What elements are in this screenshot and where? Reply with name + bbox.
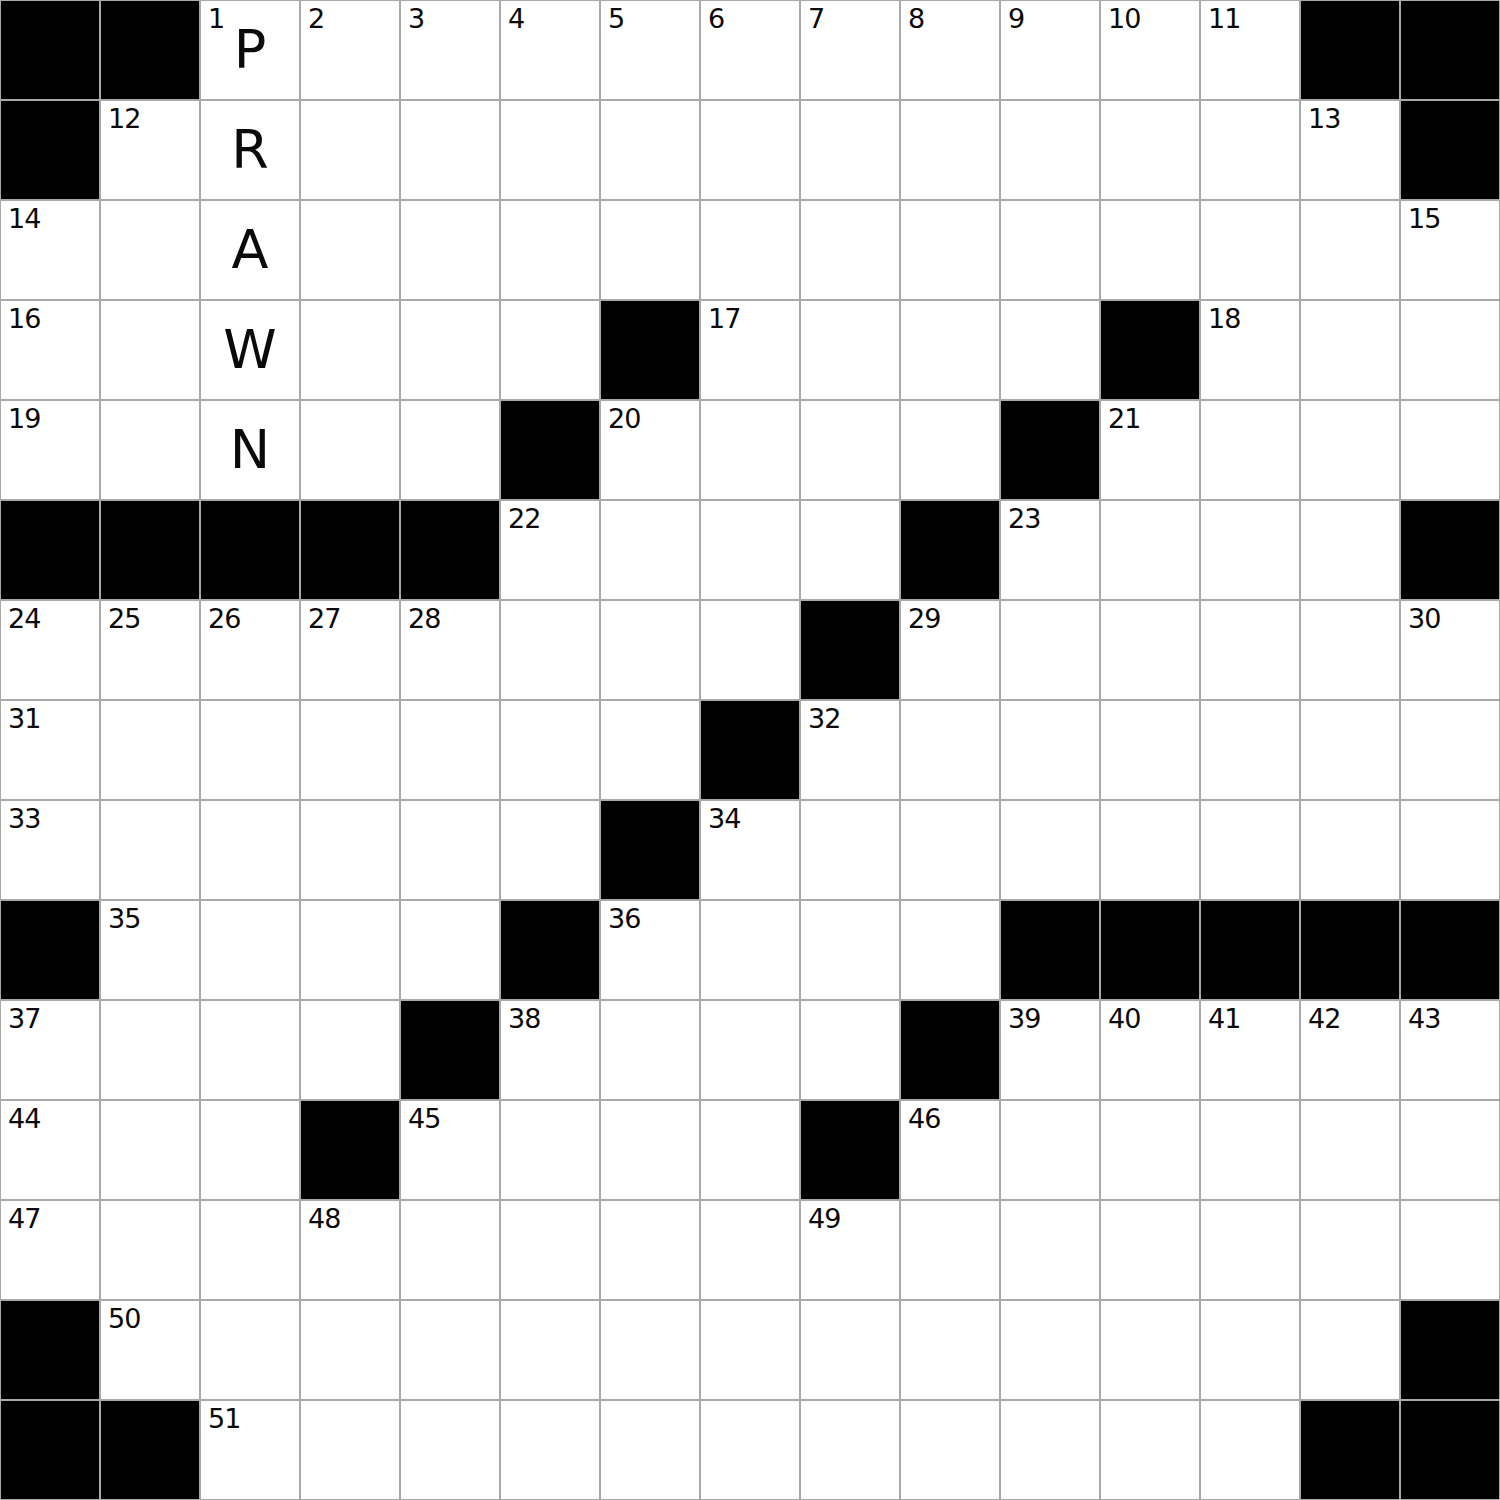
cell-r12c3[interactable]: 48 xyxy=(300,1200,400,1300)
cell-r8c5[interactable] xyxy=(500,800,600,900)
clue-number: 29 xyxy=(908,605,940,632)
cell-r3c2[interactable]: W xyxy=(200,300,300,400)
cell-r3c5[interactable] xyxy=(500,300,600,400)
clue-number: 19 xyxy=(8,405,40,432)
cell-r11c10[interactable] xyxy=(1000,1100,1100,1200)
block-cell-r4c10 xyxy=(1000,400,1100,500)
cell-r14c9[interactable] xyxy=(900,1400,1000,1500)
cell-r5c5[interactable]: 22 xyxy=(500,500,600,600)
cell-r4c14[interactable] xyxy=(1400,400,1500,500)
cell-r2c6[interactable] xyxy=(600,200,700,300)
cell-r8c8[interactable] xyxy=(800,800,900,900)
cell-r2c9[interactable] xyxy=(900,200,1000,300)
block-cell-r3c6 xyxy=(600,300,700,400)
cell-r3c8[interactable] xyxy=(800,300,900,400)
clue-number: 37 xyxy=(8,1005,40,1032)
clue-number: 13 xyxy=(1308,105,1340,132)
clue-number: 42 xyxy=(1308,1005,1340,1032)
cell-r13c6[interactable] xyxy=(600,1300,700,1400)
cell-r12c5[interactable] xyxy=(500,1200,600,1300)
block-cell-r14c1 xyxy=(100,1400,200,1500)
cell-r0c10[interactable]: 9 xyxy=(1000,0,1100,100)
cell-r12c0[interactable]: 47 xyxy=(0,1200,100,1300)
cell-r14c11[interactable] xyxy=(1100,1400,1200,1500)
cell-r2c14[interactable]: 15 xyxy=(1400,200,1500,300)
clue-number: 44 xyxy=(8,1105,40,1132)
cell-r6c0[interactable]: 24 xyxy=(0,600,100,700)
block-cell-r14c13 xyxy=(1300,1400,1400,1500)
cell-r14c3[interactable] xyxy=(300,1400,400,1500)
clue-number: 38 xyxy=(508,1005,540,1032)
cell-r6c9[interactable]: 29 xyxy=(900,600,1000,700)
block-cell-r11c3 xyxy=(300,1100,400,1200)
cell-r8c1[interactable] xyxy=(100,800,200,900)
cell-r4c4[interactable] xyxy=(400,400,500,500)
cell-r5c10[interactable]: 23 xyxy=(1000,500,1100,600)
crossword-grid: 1P23456789101112R1314A1516W171819N202122… xyxy=(0,0,1500,1500)
cell-r12c8[interactable]: 49 xyxy=(800,1200,900,1300)
cell-r5c8[interactable] xyxy=(800,500,900,600)
cell-r0c4[interactable]: 3 xyxy=(400,0,500,100)
cell-r12c13[interactable] xyxy=(1300,1200,1400,1300)
cell-r5c7[interactable] xyxy=(700,500,800,600)
clue-number: 11 xyxy=(1208,5,1240,32)
clue-number: 21 xyxy=(1108,405,1140,432)
cell-r1c5[interactable] xyxy=(500,100,600,200)
cell-r1c11[interactable] xyxy=(1100,100,1200,200)
clue-number: 26 xyxy=(208,605,240,632)
cell-r6c2[interactable]: 26 xyxy=(200,600,300,700)
cell-r4c1[interactable] xyxy=(100,400,200,500)
cell-r12c6[interactable] xyxy=(600,1200,700,1300)
clue-number: 7 xyxy=(808,5,824,32)
cell-r8c11[interactable] xyxy=(1100,800,1200,900)
clue-number: 40 xyxy=(1108,1005,1140,1032)
cell-r8c14[interactable] xyxy=(1400,800,1500,900)
block-cell-r0c1 xyxy=(100,0,200,100)
cell-r2c1[interactable] xyxy=(100,200,200,300)
cell-r0c7[interactable]: 6 xyxy=(700,0,800,100)
cell-r4c8[interactable] xyxy=(800,400,900,500)
cell-letter: A xyxy=(200,200,300,300)
clue-number: 27 xyxy=(308,605,340,632)
clue-number: 18 xyxy=(1208,305,1240,332)
cell-r1c3[interactable] xyxy=(300,100,400,200)
clue-number: 50 xyxy=(108,1305,140,1332)
cell-r5c13[interactable] xyxy=(1300,500,1400,600)
cell-r13c1[interactable]: 50 xyxy=(100,1300,200,1400)
block-cell-r9c14 xyxy=(1400,900,1500,1000)
cell-r8c2[interactable] xyxy=(200,800,300,900)
clue-number: 3 xyxy=(408,5,424,32)
cell-r11c14[interactable] xyxy=(1400,1100,1500,1200)
cell-r13c10[interactable] xyxy=(1000,1300,1100,1400)
cell-r12c7[interactable] xyxy=(700,1200,800,1300)
cell-r4c13[interactable] xyxy=(1300,400,1400,500)
cell-r1c6[interactable] xyxy=(600,100,700,200)
cell-r0c12[interactable]: 11 xyxy=(1200,0,1300,100)
block-cell-r11c8 xyxy=(800,1100,900,1200)
cell-r11c5[interactable] xyxy=(500,1100,600,1200)
clue-number: 28 xyxy=(408,605,440,632)
cell-r13c8[interactable] xyxy=(800,1300,900,1400)
block-cell-r5c0 xyxy=(0,500,100,600)
cell-r3c1[interactable] xyxy=(100,300,200,400)
cell-r7c4[interactable] xyxy=(400,700,500,800)
block-cell-r0c0 xyxy=(0,0,100,100)
block-cell-r9c12 xyxy=(1200,900,1300,1000)
clue-number: 47 xyxy=(8,1205,40,1232)
cell-r1c1[interactable]: 12 xyxy=(100,100,200,200)
clue-number: 41 xyxy=(1208,1005,1240,1032)
cell-r12c1[interactable] xyxy=(100,1200,200,1300)
cell-r13c9[interactable] xyxy=(900,1300,1000,1400)
cell-r10c12[interactable]: 41 xyxy=(1200,1000,1300,1100)
cell-r5c11[interactable] xyxy=(1100,500,1200,600)
block-cell-r10c4 xyxy=(400,1000,500,1100)
cell-r3c13[interactable] xyxy=(1300,300,1400,400)
cell-r0c11[interactable]: 10 xyxy=(1100,0,1200,100)
cell-r11c0[interactable]: 44 xyxy=(0,1100,100,1200)
cell-r3c3[interactable] xyxy=(300,300,400,400)
clue-number: 4 xyxy=(508,5,524,32)
clue-number: 32 xyxy=(808,705,840,732)
cell-r6c14[interactable]: 30 xyxy=(1400,600,1500,700)
cell-r9c7[interactable] xyxy=(700,900,800,1000)
cell-r10c14[interactable]: 43 xyxy=(1400,1000,1500,1100)
cell-r14c2[interactable]: 51 xyxy=(200,1400,300,1500)
cell-r6c5[interactable] xyxy=(500,600,600,700)
cell-r8c3[interactable] xyxy=(300,800,400,900)
cell-r12c2[interactable] xyxy=(200,1200,300,1300)
cell-r13c13[interactable] xyxy=(1300,1300,1400,1400)
cell-letter: N xyxy=(200,400,300,500)
clue-number: 34 xyxy=(708,805,740,832)
cell-r6c3[interactable]: 27 xyxy=(300,600,400,700)
clue-number: 20 xyxy=(608,405,640,432)
cell-r0c9[interactable]: 8 xyxy=(900,0,1000,100)
clue-number: 39 xyxy=(1008,1005,1040,1032)
clue-number: 23 xyxy=(1008,505,1040,532)
block-cell-r1c0 xyxy=(0,100,100,200)
cell-r4c3[interactable] xyxy=(300,400,400,500)
cell-r7c8[interactable]: 32 xyxy=(800,700,900,800)
cell-r2c12[interactable] xyxy=(1200,200,1300,300)
cell-r4c0[interactable]: 19 xyxy=(0,400,100,500)
clue-number: 10 xyxy=(1108,5,1140,32)
cell-r1c8[interactable] xyxy=(800,100,900,200)
cell-r10c5[interactable]: 38 xyxy=(500,1000,600,1100)
clue-number: 43 xyxy=(1408,1005,1440,1032)
cell-r13c2[interactable] xyxy=(200,1300,300,1400)
cell-r6c7[interactable] xyxy=(700,600,800,700)
cell-r3c7[interactable]: 17 xyxy=(700,300,800,400)
cell-r7c1[interactable] xyxy=(100,700,200,800)
cell-r12c12[interactable] xyxy=(1200,1200,1300,1300)
clue-number: 51 xyxy=(208,1405,240,1432)
cell-r13c5[interactable] xyxy=(500,1300,600,1400)
cell-r9c1[interactable]: 35 xyxy=(100,900,200,1000)
clue-number: 46 xyxy=(908,1105,940,1132)
block-cell-r9c11 xyxy=(1100,900,1200,1000)
cell-r11c12[interactable] xyxy=(1200,1100,1300,1200)
cell-r0c3[interactable]: 2 xyxy=(300,0,400,100)
cell-r6c6[interactable] xyxy=(600,600,700,700)
block-cell-r3c11 xyxy=(1100,300,1200,400)
block-cell-r6c8 xyxy=(800,600,900,700)
cell-r4c7[interactable] xyxy=(700,400,800,500)
cell-r2c2[interactable]: A xyxy=(200,200,300,300)
cell-r1c10[interactable] xyxy=(1000,100,1100,200)
cell-r2c10[interactable] xyxy=(1000,200,1100,300)
cell-r7c3[interactable] xyxy=(300,700,400,800)
cell-r2c3[interactable] xyxy=(300,200,400,300)
cell-r11c4[interactable]: 45 xyxy=(400,1100,500,1200)
clue-number: 49 xyxy=(808,1205,840,1232)
cell-r10c11[interactable]: 40 xyxy=(1100,1000,1200,1100)
clue-number: 25 xyxy=(108,605,140,632)
block-cell-r5c14 xyxy=(1400,500,1500,600)
block-cell-r0c14 xyxy=(1400,0,1500,100)
cell-r3c4[interactable] xyxy=(400,300,500,400)
cell-r13c4[interactable] xyxy=(400,1300,500,1400)
cell-r10c8[interactable] xyxy=(800,1000,900,1100)
cell-r8c0[interactable]: 33 xyxy=(0,800,100,900)
block-cell-r0c13 xyxy=(1300,0,1400,100)
cell-r9c4[interactable] xyxy=(400,900,500,1000)
cell-r7c10[interactable] xyxy=(1000,700,1100,800)
clue-number: 30 xyxy=(1408,605,1440,632)
clue-number: 24 xyxy=(8,605,40,632)
cell-r4c6[interactable]: 20 xyxy=(600,400,700,500)
cell-r14c10[interactable] xyxy=(1000,1400,1100,1500)
cell-r13c12[interactable] xyxy=(1200,1300,1300,1400)
block-cell-r10c9 xyxy=(900,1000,1000,1100)
cell-r11c9[interactable]: 46 xyxy=(900,1100,1000,1200)
clue-number: 36 xyxy=(608,905,640,932)
block-cell-r14c0 xyxy=(0,1400,100,1500)
block-cell-r5c2 xyxy=(200,500,300,600)
cell-r12c14[interactable] xyxy=(1400,1200,1500,1300)
cell-r1c4[interactable] xyxy=(400,100,500,200)
cell-r12c9[interactable] xyxy=(900,1200,1000,1300)
cell-r10c1[interactable] xyxy=(100,1000,200,1100)
cell-r10c13[interactable]: 42 xyxy=(1300,1000,1400,1100)
cell-r1c13[interactable]: 13 xyxy=(1300,100,1400,200)
clue-number: 14 xyxy=(8,205,40,232)
cell-r3c9[interactable] xyxy=(900,300,1000,400)
cell-r7c12[interactable] xyxy=(1200,700,1300,800)
cell-r9c9[interactable] xyxy=(900,900,1000,1000)
cell-r0c6[interactable]: 5 xyxy=(600,0,700,100)
cell-r4c12[interactable] xyxy=(1200,400,1300,500)
cell-r7c13[interactable] xyxy=(1300,700,1400,800)
cell-r7c14[interactable] xyxy=(1400,700,1500,800)
cell-r9c2[interactable] xyxy=(200,900,300,1000)
cell-r6c13[interactable] xyxy=(1300,600,1400,700)
block-cell-r8c6 xyxy=(600,800,700,900)
cell-r14c4[interactable] xyxy=(400,1400,500,1500)
clue-number: 48 xyxy=(308,1205,340,1232)
block-cell-r9c0 xyxy=(0,900,100,1000)
cell-r6c1[interactable]: 25 xyxy=(100,600,200,700)
cell-r9c6[interactable]: 36 xyxy=(600,900,700,1000)
block-cell-r13c14 xyxy=(1400,1300,1500,1400)
cell-r8c4[interactable] xyxy=(400,800,500,900)
block-cell-r7c7 xyxy=(700,700,800,800)
cell-r14c12[interactable] xyxy=(1200,1400,1300,1500)
cell-r12c4[interactable] xyxy=(400,1200,500,1300)
cell-r9c3[interactable] xyxy=(300,900,400,1000)
cell-r8c13[interactable] xyxy=(1300,800,1400,900)
cell-r3c10[interactable] xyxy=(1000,300,1100,400)
cell-r1c12[interactable] xyxy=(1200,100,1300,200)
clue-number: 2 xyxy=(308,5,324,32)
clue-number: 17 xyxy=(708,305,740,332)
cell-r3c0[interactable]: 16 xyxy=(0,300,100,400)
cell-r8c12[interactable] xyxy=(1200,800,1300,900)
cell-r5c12[interactable] xyxy=(1200,500,1300,600)
block-cell-r9c10 xyxy=(1000,900,1100,1000)
cell-r13c3[interactable] xyxy=(300,1300,400,1400)
cell-r12c11[interactable] xyxy=(1100,1200,1200,1300)
cell-r4c9[interactable] xyxy=(900,400,1000,500)
cell-r11c2[interactable] xyxy=(200,1100,300,1200)
cell-r2c4[interactable] xyxy=(400,200,500,300)
cell-r0c2[interactable]: 1P xyxy=(200,0,300,100)
cell-letter: P xyxy=(200,0,300,100)
clue-number: 12 xyxy=(108,105,140,132)
cell-r8c9[interactable] xyxy=(900,800,1000,900)
cell-r14c7[interactable] xyxy=(700,1400,800,1500)
cell-r2c11[interactable] xyxy=(1100,200,1200,300)
cell-r2c13[interactable] xyxy=(1300,200,1400,300)
block-cell-r5c1 xyxy=(100,500,200,600)
clue-number: 6 xyxy=(708,5,724,32)
cell-r9c8[interactable] xyxy=(800,900,900,1000)
cell-letter: W xyxy=(200,300,300,400)
clue-number: 35 xyxy=(108,905,140,932)
block-cell-r9c13 xyxy=(1300,900,1400,1000)
cell-r10c2[interactable] xyxy=(200,1000,300,1100)
clue-number: 8 xyxy=(908,5,924,32)
cell-r1c9[interactable] xyxy=(900,100,1000,200)
cell-r4c2[interactable]: N xyxy=(200,400,300,500)
cell-r5c6[interactable] xyxy=(600,500,700,600)
cell-r2c0[interactable]: 14 xyxy=(0,200,100,300)
cell-r10c7[interactable] xyxy=(700,1000,800,1100)
cell-r0c5[interactable]: 4 xyxy=(500,0,600,100)
clue-number: 22 xyxy=(508,505,540,532)
block-cell-r9c5 xyxy=(500,900,600,1000)
cell-r1c7[interactable] xyxy=(700,100,800,200)
block-cell-r1c14 xyxy=(1400,100,1500,200)
cell-r8c10[interactable] xyxy=(1000,800,1100,900)
cell-r2c7[interactable] xyxy=(700,200,800,300)
cell-r7c2[interactable] xyxy=(200,700,300,800)
block-cell-r5c4 xyxy=(400,500,500,600)
clue-number: 16 xyxy=(8,305,40,332)
cell-r7c9[interactable] xyxy=(900,700,1000,800)
cell-r10c0[interactable]: 37 xyxy=(0,1000,100,1100)
block-cell-r5c9 xyxy=(900,500,1000,600)
cell-r3c12[interactable]: 18 xyxy=(1200,300,1300,400)
cell-r6c12[interactable] xyxy=(1200,600,1300,700)
cell-r0c8[interactable]: 7 xyxy=(800,0,900,100)
cell-r3c14[interactable] xyxy=(1400,300,1500,400)
cell-r10c6[interactable] xyxy=(600,1000,700,1100)
cell-r1c2[interactable]: R xyxy=(200,100,300,200)
clue-number: 9 xyxy=(1008,5,1024,32)
clue-number: 15 xyxy=(1408,205,1440,232)
block-cell-r5c3 xyxy=(300,500,400,600)
cell-r6c11[interactable] xyxy=(1100,600,1200,700)
cell-r6c10[interactable] xyxy=(1000,600,1100,700)
cell-r13c11[interactable] xyxy=(1100,1300,1200,1400)
clue-number: 31 xyxy=(8,705,40,732)
cell-r7c6[interactable] xyxy=(600,700,700,800)
cell-r14c5[interactable] xyxy=(500,1400,600,1500)
cell-r7c11[interactable] xyxy=(1100,700,1200,800)
cell-r2c5[interactable] xyxy=(500,200,600,300)
cell-r11c13[interactable] xyxy=(1300,1100,1400,1200)
cell-r10c10[interactable]: 39 xyxy=(1000,1000,1100,1100)
cell-r8c7[interactable]: 34 xyxy=(700,800,800,900)
block-cell-r13c0 xyxy=(0,1300,100,1400)
cell-r11c11[interactable] xyxy=(1100,1100,1200,1200)
cell-r14c6[interactable] xyxy=(600,1400,700,1500)
cell-r4c11[interactable]: 21 xyxy=(1100,400,1200,500)
cell-r2c8[interactable] xyxy=(800,200,900,300)
block-cell-r14c14 xyxy=(1400,1400,1500,1500)
block-cell-r4c5 xyxy=(500,400,600,500)
cell-r11c7[interactable] xyxy=(700,1100,800,1200)
cell-r10c3[interactable] xyxy=(300,1000,400,1100)
cell-r12c10[interactable] xyxy=(1000,1200,1100,1300)
clue-number: 5 xyxy=(608,5,624,32)
cell-r14c8[interactable] xyxy=(800,1400,900,1500)
clue-number: 45 xyxy=(408,1105,440,1132)
cell-r6c4[interactable]: 28 xyxy=(400,600,500,700)
cell-r7c5[interactable] xyxy=(500,700,600,800)
cell-r11c1[interactable] xyxy=(100,1100,200,1200)
clue-number: 33 xyxy=(8,805,40,832)
cell-r13c7[interactable] xyxy=(700,1300,800,1400)
cell-r7c0[interactable]: 31 xyxy=(0,700,100,800)
cell-r11c6[interactable] xyxy=(600,1100,700,1200)
cell-letter: R xyxy=(200,100,300,200)
